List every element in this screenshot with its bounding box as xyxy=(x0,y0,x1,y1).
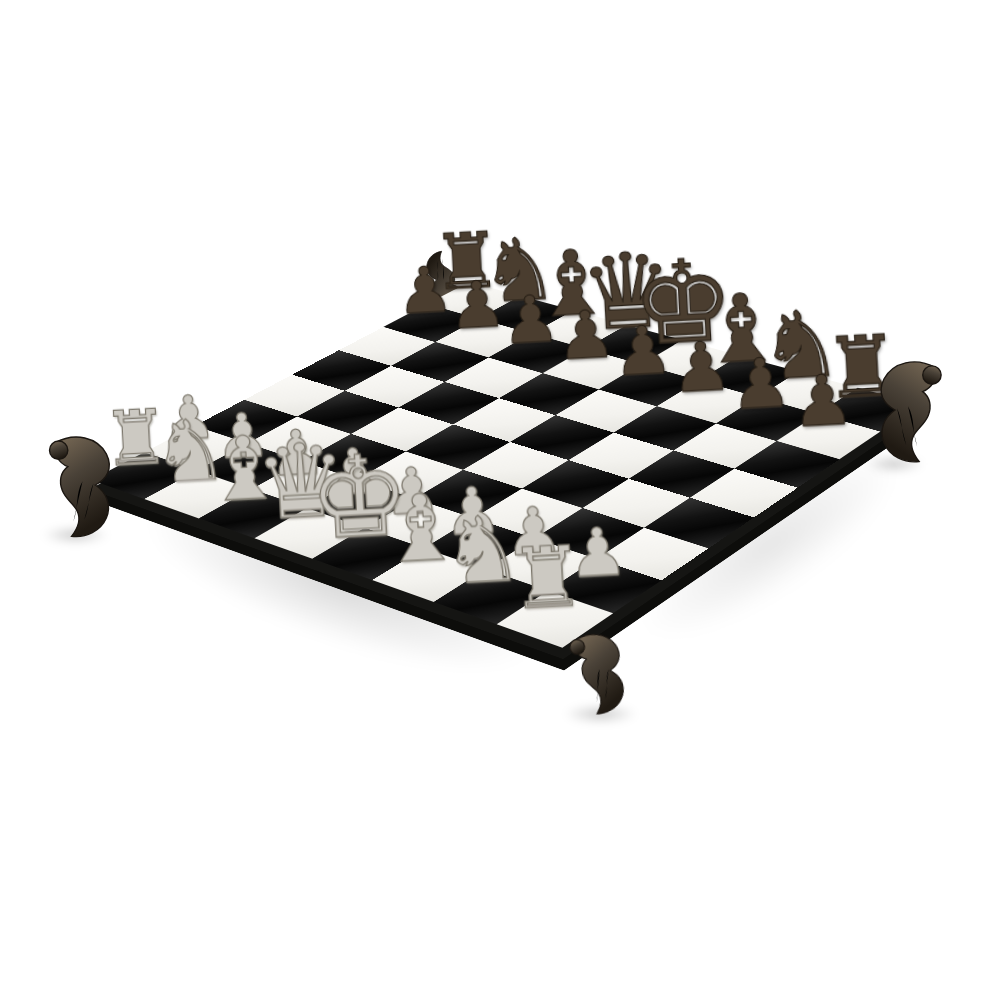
piece-black-pawn: ♟ xyxy=(740,362,906,440)
square-f5 xyxy=(568,433,673,479)
chess-set-scene: ♜♞♝♛♚♝♞♜♟♟♟♟♟♟♟♟♟♟♟♟♟♟♟♟♜♞♝♛♚♝♞♜ xyxy=(0,0,1000,1000)
chess-board: ♜♞♝♛♚♝♞♜♟♟♟♟♟♟♟♟♟♟♟♟♟♟♟♟♜♞♝♛♚♝♞♜ xyxy=(91,282,920,648)
product-photo: ♜♞♝♛♚♝♞♜♟♟♟♟♟♟♟♟♟♟♟♟♟♟♟♟♜♞♝♛♚♝♞♜ xyxy=(0,0,1000,1000)
piece-white-rook: ♜ xyxy=(467,531,629,622)
